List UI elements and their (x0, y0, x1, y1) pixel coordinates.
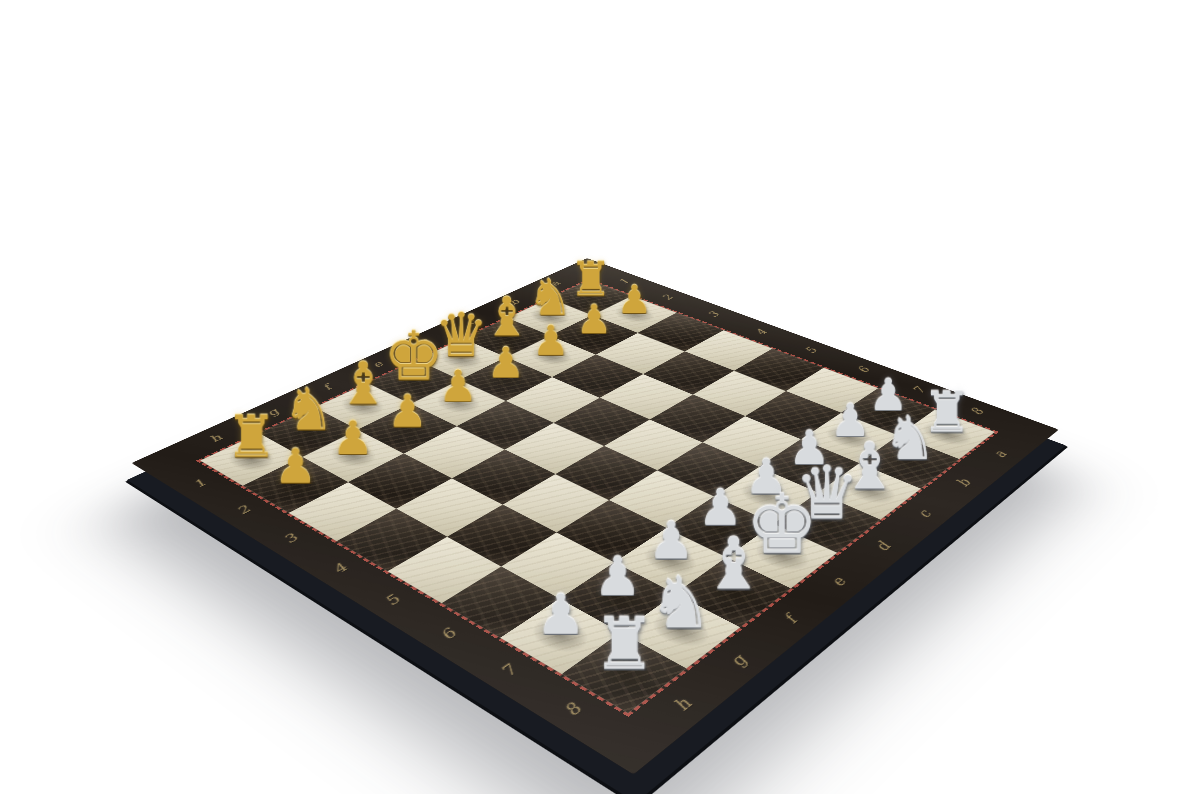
pawn-icon: ♟ (535, 586, 585, 642)
pawn-icon: ♟ (487, 341, 525, 383)
pawn-icon: ♟ (439, 364, 478, 408)
board-grid: ♜♟♟♜♞♟♟♞♝♟♟♝♛♟♟♛♚♟♟♚♝♟♟♝♞♟♟♞♜♟♟♜ (200, 280, 994, 713)
square-h8[interactable]: ♜ (562, 632, 687, 713)
piece-black-rook-h8[interactable]: ♜ (580, 600, 668, 672)
playing-field: ♜♟♟♜♞♟♟♞♝♟♟♝♛♟♟♛♚♟♟♚♝♟♟♝♞♟♟♞♜♟♟♜ (196, 279, 999, 717)
rook-icon: ♜ (592, 608, 656, 680)
pawn-icon: ♟ (332, 414, 374, 460)
piece-white-pawn-h2[interactable]: ♟ (259, 436, 332, 484)
pawn-icon: ♟ (387, 388, 427, 433)
chess-board: 12345678 12345678 abcdefgh abcdefgh ♜♟♟♜… (132, 258, 1059, 774)
pawn-icon: ♟ (274, 442, 317, 490)
pawn-icon: ♟ (533, 319, 570, 360)
